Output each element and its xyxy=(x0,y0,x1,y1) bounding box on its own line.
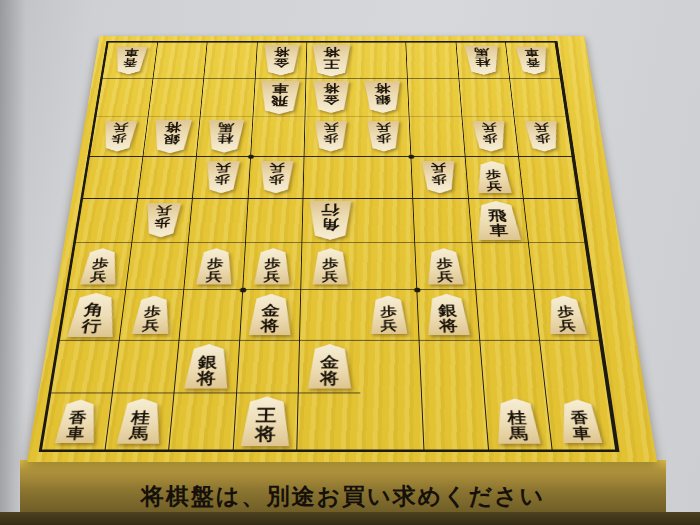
board-cell xyxy=(201,79,255,117)
piece-gote-lance: 香車 xyxy=(112,46,148,74)
table-shadow xyxy=(0,512,700,525)
board-cell xyxy=(83,157,143,199)
piece-gote-bishop: 角行 xyxy=(308,201,353,240)
board-cell: 歩兵 xyxy=(132,199,193,244)
piece-sente-pawn: 歩兵 xyxy=(475,161,513,193)
board-cell: 桂馬 xyxy=(106,393,175,449)
board-cell xyxy=(358,157,414,199)
piece-sente-rook: 飛車 xyxy=(474,201,522,240)
piece-gote-pawn: 歩兵 xyxy=(258,161,294,193)
board-cell xyxy=(149,79,205,117)
piece-gote-lance: 香車 xyxy=(515,46,551,74)
board-cell xyxy=(138,157,197,199)
board-cell xyxy=(51,340,120,393)
board-cell: 金将 xyxy=(299,340,361,393)
product-photo-scene: 香車金将王将桂馬香車飛車金将銀将歩兵銀将桂馬歩兵歩兵歩兵歩兵歩兵歩兵歩兵歩兵歩兵… xyxy=(0,0,700,525)
board-cell xyxy=(96,79,153,117)
board-cell: 金将 xyxy=(240,290,301,340)
board-cell: 歩兵 xyxy=(301,243,359,290)
board-cell xyxy=(476,290,540,340)
piece-sente-bishop: 角行 xyxy=(66,293,119,337)
board-cell: 歩兵 xyxy=(248,157,304,199)
board-cell: 歩兵 xyxy=(534,290,600,340)
board-cell: 歩兵 xyxy=(465,157,523,199)
piece-sente-pawn: 歩兵 xyxy=(545,296,588,334)
board-cell xyxy=(413,199,472,244)
board-cell xyxy=(358,199,415,244)
piece-gote-pawn: 歩兵 xyxy=(143,203,182,237)
board-cell xyxy=(180,290,243,340)
board-cell xyxy=(510,79,567,117)
board-cell xyxy=(406,43,459,79)
board-cell: 銀将 xyxy=(175,340,240,393)
piece-gote-gold: 金将 xyxy=(262,45,300,75)
board-cell xyxy=(524,199,586,244)
board-cell: 香車 xyxy=(103,43,159,79)
board-cell: 香車 xyxy=(546,393,616,449)
board-cell: 金将 xyxy=(255,43,307,79)
piece-gote-knight: 桂馬 xyxy=(205,120,245,152)
piece-sente-pawn: 歩兵 xyxy=(195,248,234,284)
piece-gote-pawn: 歩兵 xyxy=(524,121,562,152)
piece-sente-silver: 銀将 xyxy=(425,294,471,336)
board-cell xyxy=(126,243,189,290)
board-cell: 角行 xyxy=(302,199,359,244)
piece-sente-knight: 桂馬 xyxy=(493,398,541,444)
board-cell: 歩兵 xyxy=(68,243,132,290)
board-cell xyxy=(360,393,424,449)
piece-sente-pawn: 歩兵 xyxy=(79,248,121,284)
piece-sente-pawn: 歩兵 xyxy=(253,248,291,284)
piece-sente-lance: 香車 xyxy=(557,400,603,443)
board-cell: 銀将 xyxy=(144,117,201,157)
board-cell: 歩兵 xyxy=(358,117,412,157)
board-cell: 歩兵 xyxy=(412,157,469,199)
board-cell xyxy=(204,43,257,79)
piece-gote-pawn: 歩兵 xyxy=(367,121,402,152)
board-cell: 飛車 xyxy=(253,79,306,117)
board-cell xyxy=(408,79,462,117)
board-cell: 飛車 xyxy=(469,199,529,244)
board-cell xyxy=(359,243,418,290)
piece-gote-knight: 桂馬 xyxy=(463,46,501,75)
board-cell xyxy=(300,290,360,340)
piece-sente-pawn: 歩兵 xyxy=(369,296,408,334)
board-cell: 桂馬 xyxy=(456,43,510,79)
piece-sente-gold: 金将 xyxy=(307,344,352,388)
piece-sente-silver: 銀将 xyxy=(183,344,231,388)
board-grid: 香車金将王将桂馬香車飛車金将銀将歩兵銀将桂馬歩兵歩兵歩兵歩兵歩兵歩兵歩兵歩兵歩兵… xyxy=(39,41,620,452)
board-cell: 歩兵 xyxy=(462,117,519,157)
board-cell xyxy=(422,393,488,449)
board-cell xyxy=(76,199,138,244)
board-cell xyxy=(251,117,306,157)
board-cell: 香車 xyxy=(42,393,113,449)
shogi-board: 香車金将王将桂馬香車飛車金将銀将歩兵銀将桂馬歩兵歩兵歩兵歩兵歩兵歩兵歩兵歩兵歩兵… xyxy=(27,36,657,462)
board-cell: 歩兵 xyxy=(243,243,302,290)
board-cell xyxy=(297,393,361,449)
board-cell: 王将 xyxy=(306,43,357,79)
board-cell: 歩兵 xyxy=(185,243,246,290)
board-cell: 銀将 xyxy=(418,290,480,340)
board-cell: 歩兵 xyxy=(415,243,475,290)
board-cell: 歩兵 xyxy=(514,117,572,157)
board-cell xyxy=(246,199,304,244)
piece-sente-pawn: 歩兵 xyxy=(426,248,465,284)
board-cell xyxy=(529,243,593,290)
piece-sente-gold: 金将 xyxy=(248,294,293,336)
piece-sente-king: 王将 xyxy=(240,396,292,446)
board-cell xyxy=(189,199,248,244)
piece-sente-lance: 香車 xyxy=(54,400,100,443)
board-cell: 角行 xyxy=(60,290,126,340)
board-cell xyxy=(519,157,579,199)
piece-gote-king: 王将 xyxy=(312,44,352,76)
board-cell: 桂馬 xyxy=(197,117,253,157)
piece-gote-pawn: 歩兵 xyxy=(421,161,458,193)
board-cell: 歩兵 xyxy=(193,157,251,199)
board-cell xyxy=(472,243,534,290)
board-cell xyxy=(360,340,422,393)
board-cell xyxy=(540,340,608,393)
board-cell: 歩兵 xyxy=(304,117,358,157)
piece-gote-rook: 飛車 xyxy=(258,81,300,114)
piece-sente-pawn: 歩兵 xyxy=(131,296,173,334)
board-cell: 銀将 xyxy=(357,79,410,117)
board-cell: 王将 xyxy=(233,393,298,449)
board-cell: 桂馬 xyxy=(484,393,552,449)
board-cell xyxy=(170,393,237,449)
board-cell: 歩兵 xyxy=(90,117,149,157)
board-cell xyxy=(357,43,408,79)
board-cell xyxy=(459,79,514,117)
board-cell: 歩兵 xyxy=(120,290,185,340)
board-cell xyxy=(303,157,358,199)
board-cell xyxy=(480,340,546,393)
piece-gote-silver: 銀将 xyxy=(151,119,193,153)
piece-gote-pawn: 歩兵 xyxy=(471,121,508,152)
piece-gote-pawn: 歩兵 xyxy=(203,161,240,193)
piece-sente-pawn: 歩兵 xyxy=(312,248,349,284)
piece-gote-pawn: 歩兵 xyxy=(100,121,138,152)
piece-gote-gold: 金将 xyxy=(312,81,350,113)
board-cell xyxy=(154,43,208,79)
piece-gote-silver: 銀将 xyxy=(364,81,403,113)
board-cell: 歩兵 xyxy=(359,290,420,340)
caption-text: 将棋盤は、別途お買い求めください xyxy=(20,481,666,512)
piece-gote-pawn: 歩兵 xyxy=(314,121,348,152)
board-cell xyxy=(113,340,180,393)
piece-sente-knight: 桂馬 xyxy=(116,398,165,444)
board-cell: 香車 xyxy=(506,43,561,79)
board-cell xyxy=(420,340,484,393)
board-cell xyxy=(410,117,465,157)
board-cell: 金将 xyxy=(305,79,357,117)
board-cell xyxy=(237,340,300,393)
